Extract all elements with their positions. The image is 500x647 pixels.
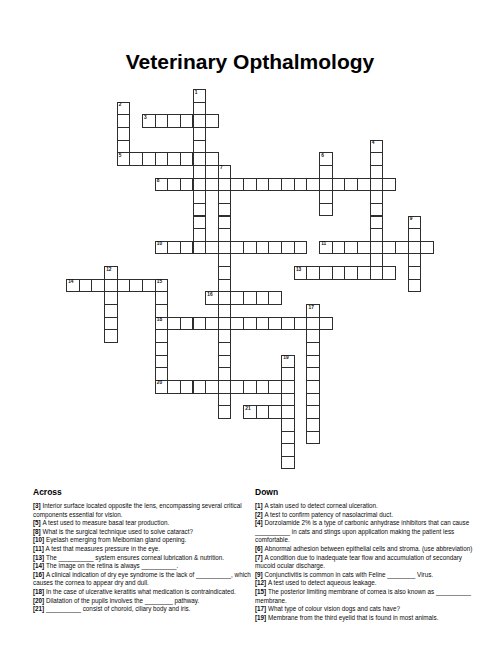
grid-cell[interactable] [281, 178, 295, 192]
grid-cell[interactable] [281, 418, 295, 432]
grid-cell[interactable] [408, 228, 422, 242]
grid-cell[interactable] [306, 431, 320, 445]
puzzle-title: Veterinary Opthalmology [0, 50, 500, 74]
grid-cell[interactable] [370, 266, 384, 280]
grid-cell[interactable] [319, 317, 333, 331]
clue: [18] In the case of ulcerative keratitis… [33, 588, 251, 597]
grid-cell[interactable] [180, 241, 194, 255]
grid-cell[interactable] [268, 241, 282, 255]
grid-cell[interactable] [142, 152, 156, 166]
grid-cell[interactable] [268, 317, 282, 331]
grid-cell[interactable] [319, 203, 333, 217]
grid-cell[interactable]: 15 [155, 279, 169, 293]
grid-cell[interactable]: 20 [155, 380, 169, 394]
grid-cell[interactable] [79, 279, 93, 293]
grid-cell[interactable] [408, 253, 422, 267]
grid-cell[interactable] [370, 241, 384, 255]
grid-cell[interactable] [256, 317, 270, 331]
cell-number: 10 [157, 242, 162, 247]
grid-cell[interactable] [180, 380, 194, 394]
cell-number: 11 [321, 242, 326, 247]
grid-cell[interactable] [281, 431, 295, 445]
grid-cell[interactable] [218, 317, 232, 331]
grid-cell[interactable]: 7 [218, 165, 232, 179]
clue-number: [10] [33, 536, 46, 543]
grid-cell[interactable] [180, 114, 194, 128]
clue-number: [19] [255, 614, 268, 621]
grid-cell[interactable] [205, 152, 219, 166]
clue-number: [5] [33, 519, 42, 526]
grid-cell[interactable] [344, 241, 358, 255]
grid-cell[interactable] [218, 241, 232, 255]
grid-cell[interactable] [155, 342, 169, 356]
grid-cell[interactable] [218, 393, 232, 407]
grid-cell[interactable] [268, 380, 282, 394]
clue: [11] A test that measures pressure in th… [33, 545, 251, 554]
clue-number: [7] [255, 554, 264, 561]
grid-cell[interactable] [193, 190, 207, 204]
grid-cell[interactable] [230, 178, 244, 192]
grid-cell[interactable] [243, 380, 257, 394]
cell-number: 15 [157, 280, 162, 285]
grid-cell[interactable] [230, 291, 244, 305]
grid-cell[interactable] [218, 380, 232, 394]
clue-number: [9] [255, 571, 264, 578]
cell-number: 2 [119, 103, 122, 108]
grid-cell[interactable]: 18 [155, 317, 169, 331]
grid-cell[interactable]: 4 [370, 140, 384, 154]
grid-cell[interactable] [319, 266, 333, 280]
cell-number: 7 [220, 166, 223, 171]
grid-cell[interactable] [218, 304, 232, 318]
cell-number: 8 [157, 179, 160, 184]
grid-cell[interactable] [294, 178, 308, 192]
grid-cell[interactable]: 11 [319, 241, 333, 255]
grid-cell[interactable] [306, 317, 320, 331]
grid-cell[interactable] [117, 114, 131, 128]
grid-cell[interactable] [180, 152, 194, 166]
grid-cell[interactable] [218, 216, 232, 230]
across-header: Across [33, 487, 251, 497]
grid-cell[interactable] [193, 152, 207, 166]
grid-cell[interactable] [256, 178, 270, 192]
clue: [7] A condition due to inadequate tear f… [255, 554, 479, 571]
clue: [17] What type of colour vision dogs and… [255, 605, 479, 614]
grid-cell[interactable] [180, 317, 194, 331]
grid-cell[interactable] [382, 241, 396, 255]
grid-cell[interactable] [281, 443, 295, 457]
grid-cell[interactable] [243, 178, 257, 192]
grid-cell[interactable] [332, 241, 346, 255]
grid-cell[interactable] [218, 228, 232, 242]
grid-cell[interactable] [218, 329, 232, 343]
clue-number: [2] [255, 511, 264, 518]
grid-cell[interactable] [180, 178, 194, 192]
grid-cell[interactable] [117, 279, 131, 293]
clue: [14] The image on the retina is always _… [33, 562, 251, 571]
cell-number: 21 [245, 407, 250, 412]
grid-cell[interactable] [218, 279, 232, 293]
clue-number: [16] [33, 571, 46, 578]
clue: [10] Eyelash emerging from Meibomian gla… [33, 536, 251, 545]
grid-cell[interactable] [332, 266, 346, 280]
grid-cell[interactable] [167, 317, 181, 331]
across-clue-list: [3] Interior surface located opposite th… [33, 502, 251, 614]
grid-cell[interactable] [104, 291, 118, 305]
grid-cell[interactable] [306, 342, 320, 356]
grid-cell[interactable] [370, 253, 384, 267]
cell-number: 14 [68, 280, 73, 285]
grid-cell[interactable] [306, 266, 320, 280]
clue-number: [17] [255, 605, 268, 612]
grid-cell[interactable] [104, 304, 118, 318]
grid-cell[interactable] [218, 405, 232, 419]
grid-cell[interactable]: 14 [66, 279, 80, 293]
grid-cell[interactable] [167, 178, 181, 192]
cell-number: 1 [195, 91, 198, 96]
grid-cell[interactable] [268, 291, 282, 305]
cell-number: 4 [372, 141, 375, 146]
clue-number: [20] [33, 597, 46, 604]
grid-cell[interactable] [370, 190, 384, 204]
grid-cell[interactable] [344, 178, 358, 192]
grid-cell[interactable] [281, 317, 295, 331]
grid-cell[interactable] [281, 456, 295, 470]
clue: [12] A test used to detect aqueous leaka… [255, 579, 479, 588]
clue: [8] What is the surgical technique used … [33, 528, 251, 537]
grid-cell[interactable] [408, 279, 422, 293]
down-header: Down [255, 487, 479, 497]
grid-cell[interactable]: 3 [142, 114, 156, 128]
clue-number: [15] [255, 588, 268, 595]
cell-number: 9 [410, 217, 413, 222]
clue-number: [12] [255, 579, 268, 586]
grid-cell[interactable]: 13 [294, 266, 308, 280]
grid-cell[interactable]: 9 [408, 216, 422, 230]
cell-number: 16 [207, 293, 212, 298]
grid-cell[interactable] [230, 380, 244, 394]
down-clue-list: [1] A stain used to detect corneal ulcer… [255, 502, 479, 622]
grid-cell[interactable]: 10 [155, 241, 169, 255]
clue-number: [11] [33, 545, 46, 552]
grid-cell[interactable] [218, 355, 232, 369]
grid-cell[interactable] [218, 266, 232, 280]
clue-number: [3] [33, 502, 42, 509]
grid-cell[interactable] [205, 114, 219, 128]
grid-cell[interactable] [306, 178, 320, 192]
grid-cell[interactable] [357, 241, 371, 255]
clue: [19] Membrane from the third eyelid that… [255, 614, 479, 623]
grid-cell[interactable]: 8 [155, 178, 169, 192]
grid-cell[interactable] [205, 380, 219, 394]
grid-cell[interactable] [155, 304, 169, 318]
grid-cell[interactable] [281, 393, 295, 407]
cell-number: 6 [321, 154, 324, 159]
cell-number: 5 [119, 154, 122, 159]
clue-number: [6] [255, 545, 264, 552]
clue: [20] Dilatation of the pupils involves t… [33, 597, 251, 606]
grid-cell[interactable]: 2 [117, 102, 131, 116]
grid-cell[interactable]: 16 [205, 291, 219, 305]
grid-cell[interactable] [193, 216, 207, 230]
grid-cell[interactable] [104, 317, 118, 331]
grid-cell[interactable] [193, 102, 207, 116]
grid-cell[interactable] [294, 241, 308, 255]
grid-cell[interactable] [243, 241, 257, 255]
grid-cell[interactable] [281, 380, 295, 394]
grid-cell[interactable] [218, 342, 232, 356]
cell-number: 18 [157, 318, 162, 323]
grid-cell[interactable] [243, 317, 257, 331]
grid-cell[interactable] [155, 291, 169, 305]
grid-cell[interactable] [155, 329, 169, 343]
grid-cell[interactable] [218, 203, 232, 217]
grid-cell[interactable] [218, 178, 232, 192]
grid-cell[interactable]: 21 [243, 405, 257, 419]
clue: [9] Conjunctivitis is common in cats wit… [255, 571, 479, 580]
grid-cell[interactable] [268, 178, 282, 192]
grid-cell[interactable] [306, 393, 320, 407]
grid-cell[interactable] [281, 241, 295, 255]
grid-cell[interactable] [294, 317, 308, 331]
clue: [1] A stain used to detect corneal ulcer… [255, 502, 479, 511]
grid-cell[interactable] [167, 241, 181, 255]
grid-cell[interactable] [193, 317, 207, 331]
grid-cell[interactable] [370, 165, 384, 179]
grid-cell[interactable] [155, 355, 169, 369]
grid-cell[interactable] [155, 152, 169, 166]
grid-cell[interactable]: 17 [306, 304, 320, 318]
grid-cell[interactable] [193, 241, 207, 255]
clue-number: [1] [255, 502, 264, 509]
grid-cell[interactable] [230, 317, 244, 331]
grid-cell[interactable] [306, 329, 320, 343]
grid-cell[interactable] [370, 216, 384, 230]
clue-number: [13] [33, 554, 46, 561]
grid-cell[interactable] [344, 266, 358, 280]
grid-cell[interactable] [306, 355, 320, 369]
grid-cell[interactable] [382, 178, 396, 192]
clue: [4] Dorzolamide 2% is a type of carbonic… [255, 519, 479, 545]
clue-number: [4] [255, 519, 264, 526]
grid-cell[interactable] [256, 405, 270, 419]
grid-cell[interactable] [155, 367, 169, 381]
clue: [2] A test to confirm patency of nasolac… [255, 511, 479, 520]
grid-cell[interactable] [218, 367, 232, 381]
grid-cell[interactable] [155, 114, 169, 128]
grid-cell[interactable] [205, 317, 219, 331]
down-clues-section: Down [1] A stain used to detect corneal … [255, 487, 479, 622]
grid-cell[interactable] [268, 405, 282, 419]
grid-cell[interactable] [370, 228, 384, 242]
grid-cell[interactable] [193, 228, 207, 242]
grid-cell[interactable] [117, 127, 131, 141]
clue: [16] A clinical indication of dry eye sy… [33, 571, 251, 588]
grid-cell[interactable] [104, 329, 118, 343]
grid-cell[interactable]: 5 [117, 152, 131, 166]
grid-cell[interactable] [256, 241, 270, 255]
grid-cell[interactable] [218, 190, 232, 204]
grid-cell[interactable] [332, 178, 346, 192]
grid-cell[interactable] [306, 405, 320, 419]
grid-cell[interactable] [167, 152, 181, 166]
grid-cell[interactable] [193, 380, 207, 394]
across-clues-section: Across [3] Interior surface located oppo… [33, 487, 251, 614]
grid-cell[interactable] [129, 152, 143, 166]
grid-cell[interactable] [382, 266, 396, 280]
cell-number: 12 [106, 268, 111, 273]
clue: [13] The __________ system ensures corne… [33, 554, 251, 563]
grid-cell[interactable]: 12 [104, 266, 118, 280]
grid-cell[interactable] [230, 241, 244, 255]
grid-cell[interactable] [256, 291, 270, 305]
grid-cell[interactable] [167, 114, 181, 128]
grid-cell[interactable] [370, 178, 384, 192]
grid-cell[interactable] [117, 140, 131, 154]
grid-cell[interactable] [281, 405, 295, 419]
grid-cell[interactable] [370, 152, 384, 166]
grid-cell[interactable] [193, 140, 207, 154]
grid-cell[interactable] [357, 266, 371, 280]
grid-cell[interactable] [357, 178, 371, 192]
cell-number: 19 [283, 356, 288, 361]
grid-cell[interactable] [193, 203, 207, 217]
grid-cell[interactable] [306, 418, 320, 432]
grid-cell[interactable] [193, 114, 207, 128]
clue: [3] Interior surface located opposite th… [33, 502, 251, 519]
grid-cell[interactable] [167, 380, 181, 394]
grid-cell[interactable] [370, 203, 384, 217]
grid-cell[interactable]: 19 [281, 355, 295, 369]
clue-number: [8] [33, 528, 42, 535]
grid-cell[interactable] [306, 367, 320, 381]
grid-cell[interactable] [306, 380, 320, 394]
grid-cell[interactable] [243, 291, 257, 305]
cell-number: 20 [157, 381, 162, 386]
grid-cell[interactable] [218, 291, 232, 305]
grid-cell[interactable] [281, 367, 295, 381]
grid-cell[interactable] [193, 127, 207, 141]
grid-cell[interactable] [91, 279, 105, 293]
grid-cell[interactable]: 6 [319, 152, 333, 166]
grid-cell[interactable] [420, 241, 434, 255]
cell-number: 17 [309, 306, 314, 311]
grid-cell[interactable] [319, 165, 333, 179]
grid-cell[interactable] [205, 178, 219, 192]
grid-cell[interactable] [193, 178, 207, 192]
grid-cell[interactable] [319, 178, 333, 192]
clue-number: [18] [33, 588, 46, 595]
grid-cell[interactable] [142, 279, 156, 293]
grid-cell[interactable] [205, 241, 219, 255]
grid-cell[interactable] [395, 241, 409, 255]
grid-cell[interactable]: 1 [193, 89, 207, 103]
grid-cell[interactable] [408, 241, 422, 255]
clue: [15] The posterior limiting membrane of … [255, 588, 479, 605]
cell-number: 13 [296, 268, 301, 273]
grid-cell[interactable] [129, 279, 143, 293]
grid-cell[interactable] [256, 380, 270, 394]
grid-cell[interactable] [104, 279, 118, 293]
clue-number: [14] [33, 562, 46, 569]
clue: [6] Abnormal adhesion between epithelial… [255, 545, 479, 554]
grid-cell[interactable] [193, 165, 207, 179]
clue: [21] __________ consist of choroid, cili… [33, 605, 251, 614]
cell-number: 3 [144, 116, 147, 121]
grid-cell[interactable] [408, 266, 422, 280]
clue: [5] A test used to measure basal tear pr… [33, 519, 251, 528]
grid-cell[interactable] [218, 253, 232, 267]
clue-number: [21] [33, 605, 46, 612]
grid-cell[interactable] [319, 190, 333, 204]
